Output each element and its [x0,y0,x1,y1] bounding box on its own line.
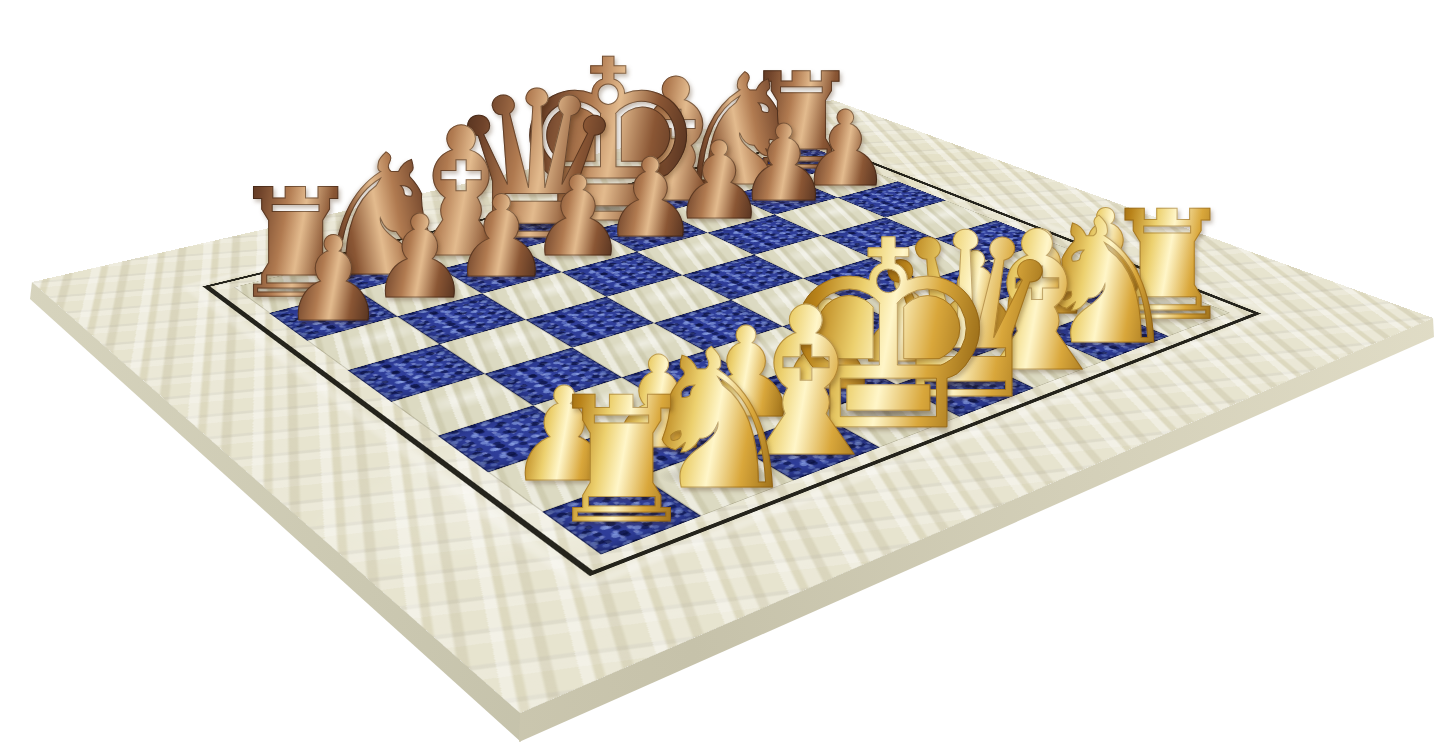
pieces-layer: ♜♞♝♛♚♝♞♜♟♟♟♟♟♟♟♟♟♟♟♟♟♟♟♟♜♞♝♚♛♝♞♜ [0,0,1445,750]
piece-gold-rook-a1: ♜ [544,375,700,549]
piece-bronze-pawn-a7: ♟ [281,221,386,338]
product-photo-stage: ♜♞♝♛♚♝♞♜♟♟♟♟♟♟♟♟♟♟♟♟♟♟♟♟♜♞♝♚♛♝♞♜ [0,0,1445,750]
